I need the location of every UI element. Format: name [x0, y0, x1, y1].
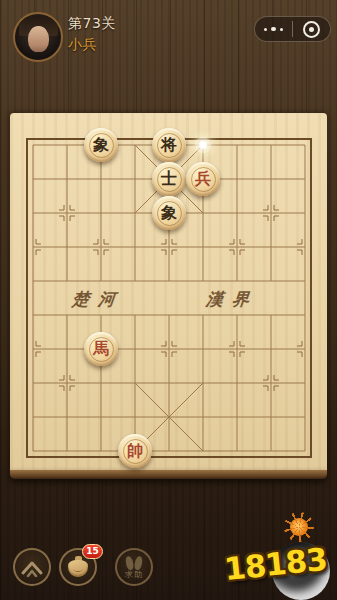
money-bag-icon	[67, 556, 89, 578]
close-mini-program-button[interactable]	[293, 17, 330, 41]
sun-icon	[290, 518, 308, 536]
more-button[interactable]	[255, 17, 292, 41]
sparkle-highlight	[198, 140, 208, 150]
piece-将[interactable]: 将	[152, 128, 186, 162]
wechat-capsule	[254, 16, 331, 42]
piece-象[interactable]: 象	[84, 128, 118, 162]
avatar	[13, 12, 63, 62]
three-dots-icon	[264, 27, 283, 32]
avatar-face	[28, 26, 49, 52]
player-name: 小兵	[68, 36, 97, 54]
chevron-up-icon	[19, 557, 45, 577]
coin-bag-button[interactable]: 15	[59, 548, 97, 586]
piece-士[interactable]: 士	[152, 162, 186, 196]
piece-馬[interactable]: 馬	[84, 332, 118, 366]
help-label: 求助	[125, 571, 143, 579]
coin-badge: 15	[82, 544, 103, 559]
board-front-edge	[10, 470, 327, 479]
piece-兵[interactable]: 兵	[186, 162, 220, 196]
xiangqi-board[interactable]: 楚河 漢界 象将士兵象馬帥	[10, 113, 327, 470]
18183-watermark: 18183	[224, 516, 336, 600]
level-label: 第73关	[68, 15, 116, 33]
piece-帥[interactable]: 帥	[118, 434, 152, 468]
praying-hands-icon	[124, 556, 144, 570]
piece-象[interactable]: 象	[152, 196, 186, 230]
help-button[interactable]: 求助	[115, 548, 153, 586]
target-circle-icon	[303, 21, 320, 38]
expand-button[interactable]	[13, 548, 51, 586]
